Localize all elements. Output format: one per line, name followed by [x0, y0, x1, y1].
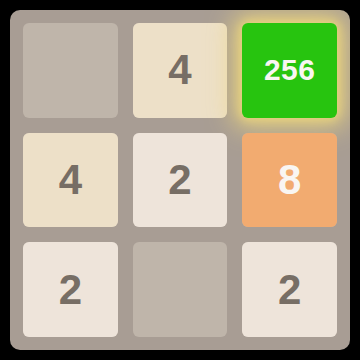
tile-4: 4 [23, 133, 118, 228]
cell-r3c1: 2 [23, 242, 118, 337]
cell-r3c3: 2 [242, 242, 337, 337]
tile-256: 256 [242, 23, 337, 118]
cell-r1c3: 256 [242, 23, 337, 118]
game-screen: 425642822 [0, 0, 360, 360]
cell-r1c2: 4 [133, 23, 228, 118]
cell-r2c3: 8 [242, 133, 337, 228]
tile-4: 4 [133, 23, 228, 118]
tile-2: 2 [133, 133, 228, 228]
cell-r1c1 [23, 23, 118, 118]
board-2048[interactable]: 425642822 [10, 10, 350, 350]
tile-2: 2 [242, 242, 337, 337]
tile-2: 2 [23, 242, 118, 337]
cell-r2c2: 2 [133, 133, 228, 228]
cell-r3c2 [133, 242, 228, 337]
tile-8: 8 [242, 133, 337, 228]
cell-r2c1: 4 [23, 133, 118, 228]
